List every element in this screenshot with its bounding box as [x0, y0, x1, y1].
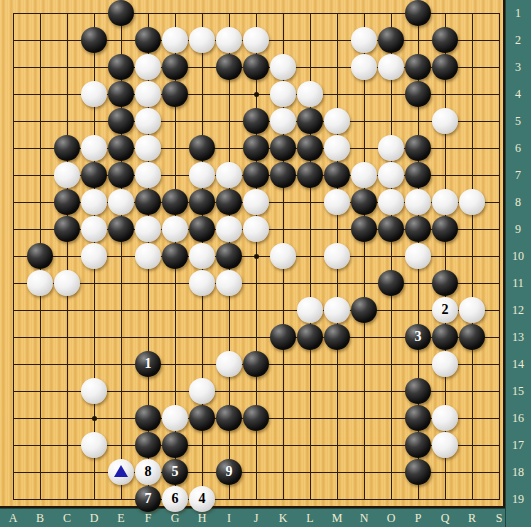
black-stone-q2[interactable]: [432, 27, 458, 53]
row-label-8: 8: [515, 196, 521, 208]
black-stone-p17[interactable]: [405, 432, 431, 458]
white-stone-f3[interactable]: [135, 54, 161, 80]
white-stone-h10[interactable]: [189, 243, 215, 269]
white-stone-r12[interactable]: [459, 297, 485, 323]
white-stone-m10[interactable]: [324, 243, 350, 269]
triangle-marker-icon: [114, 465, 128, 477]
black-stone-p18[interactable]: [405, 459, 431, 485]
white-stone-k10[interactable]: [270, 243, 296, 269]
black-stone-f2[interactable]: [135, 27, 161, 53]
white-stone-j2[interactable]: [243, 27, 269, 53]
black-stone-q9[interactable]: [432, 216, 458, 242]
white-stone-h2[interactable]: [189, 27, 215, 53]
row-label-15: 15: [512, 385, 524, 397]
black-stone-g17[interactable]: [162, 432, 188, 458]
star-point: [254, 92, 259, 97]
white-stone-n7[interactable]: [351, 162, 377, 188]
black-stone-f19[interactable]: 7: [135, 486, 161, 512]
row-label-1: 1: [515, 7, 521, 19]
white-stone-p10[interactable]: [405, 243, 431, 269]
white-stone-d4[interactable]: [81, 81, 107, 107]
black-stone-e7[interactable]: [108, 162, 134, 188]
black-stone-p6[interactable]: [405, 135, 431, 161]
black-stone-p16[interactable]: [405, 405, 431, 431]
white-stone-f4[interactable]: [135, 81, 161, 107]
black-stone-j14[interactable]: [243, 351, 269, 377]
row-label-13: 13: [512, 331, 524, 343]
black-stone-i8[interactable]: [216, 189, 242, 215]
column-label-n: N: [360, 512, 369, 524]
white-stone-d10[interactable]: [81, 243, 107, 269]
black-stone-p1[interactable]: [405, 0, 431, 26]
black-stone-p9[interactable]: [405, 216, 431, 242]
white-stone-o3[interactable]: [378, 54, 404, 80]
black-stone-l6[interactable]: [297, 135, 323, 161]
black-stone-h9[interactable]: [189, 216, 215, 242]
column-label-b: B: [36, 512, 44, 524]
white-stone-l12[interactable]: [297, 297, 323, 323]
white-stone-q16[interactable]: [432, 405, 458, 431]
move-number-label: 4: [199, 492, 206, 506]
column-label-h: H: [198, 512, 207, 524]
black-stone-i16[interactable]: [216, 405, 242, 431]
move-number-label: 7: [145, 492, 152, 506]
black-stone-f16[interactable]: [135, 405, 161, 431]
black-stone-b10[interactable]: [27, 243, 53, 269]
column-label-j: J: [254, 512, 259, 524]
column-coordinate-strip: [0, 508, 505, 527]
white-stone-c7[interactable]: [54, 162, 80, 188]
black-stone-g18[interactable]: 5: [162, 459, 188, 485]
black-stone-l7[interactable]: [297, 162, 323, 188]
column-label-o: O: [387, 512, 396, 524]
move-number-label: 5: [172, 465, 179, 479]
black-stone-f17[interactable]: [135, 432, 161, 458]
black-stone-c9[interactable]: [54, 216, 80, 242]
white-stone-f5[interactable]: [135, 108, 161, 134]
white-stone-q12[interactable]: 2: [432, 297, 458, 323]
white-stone-h11[interactable]: [189, 270, 215, 296]
black-stone-n12[interactable]: [351, 297, 377, 323]
white-stone-g2[interactable]: [162, 27, 188, 53]
black-stone-d2[interactable]: [81, 27, 107, 53]
white-stone-e18[interactable]: [108, 459, 134, 485]
white-stone-o8[interactable]: [378, 189, 404, 215]
go-board-screenshot: 231859764ABCDEFGHIJKLMNOPQRS123456789101…: [0, 0, 531, 527]
row-label-3: 3: [515, 61, 521, 73]
row-label-11: 11: [512, 277, 524, 289]
black-stone-o9[interactable]: [378, 216, 404, 242]
white-stone-b11[interactable]: [27, 270, 53, 296]
white-stone-d17[interactable]: [81, 432, 107, 458]
white-stone-q8[interactable]: [432, 189, 458, 215]
black-stone-q13[interactable]: [432, 324, 458, 350]
black-stone-e4[interactable]: [108, 81, 134, 107]
white-stone-o6[interactable]: [378, 135, 404, 161]
black-stone-e9[interactable]: [108, 216, 134, 242]
black-stone-p3[interactable]: [405, 54, 431, 80]
black-stone-p15[interactable]: [405, 378, 431, 404]
white-stone-g9[interactable]: [162, 216, 188, 242]
black-stone-i10[interactable]: [216, 243, 242, 269]
white-stone-r8[interactable]: [459, 189, 485, 215]
column-label-q: Q: [441, 512, 450, 524]
white-stone-q17[interactable]: [432, 432, 458, 458]
white-stone-e8[interactable]: [108, 189, 134, 215]
black-stone-h16[interactable]: [189, 405, 215, 431]
white-stone-i2[interactable]: [216, 27, 242, 53]
white-stone-h19[interactable]: 4: [189, 486, 215, 512]
grid-line-vertical: [391, 13, 392, 500]
black-stone-o2[interactable]: [378, 27, 404, 53]
move-number-label: 2: [442, 303, 449, 317]
white-stone-f9[interactable]: [135, 216, 161, 242]
column-label-c: C: [63, 512, 71, 524]
grid-line-vertical: [472, 13, 473, 500]
white-stone-k3[interactable]: [270, 54, 296, 80]
black-stone-o11[interactable]: [378, 270, 404, 296]
white-stone-m5[interactable]: [324, 108, 350, 134]
black-stone-q11[interactable]: [432, 270, 458, 296]
black-stone-g3[interactable]: [162, 54, 188, 80]
white-stone-n2[interactable]: [351, 27, 377, 53]
white-stone-o7[interactable]: [378, 162, 404, 188]
grid-line-vertical: [499, 13, 500, 500]
white-stone-j9[interactable]: [243, 216, 269, 242]
white-stone-j8[interactable]: [243, 189, 269, 215]
column-label-e: E: [117, 512, 124, 524]
white-stone-i7[interactable]: [216, 162, 242, 188]
black-stone-j7[interactable]: [243, 162, 269, 188]
black-stone-c6[interactable]: [54, 135, 80, 161]
row-label-5: 5: [515, 115, 521, 127]
row-label-19: 19: [512, 493, 524, 505]
column-label-d: D: [90, 512, 99, 524]
white-stone-g16[interactable]: [162, 405, 188, 431]
row-label-14: 14: [512, 358, 524, 370]
row-label-12: 12: [512, 304, 524, 316]
black-stone-l5[interactable]: [297, 108, 323, 134]
column-label-f: F: [145, 512, 152, 524]
black-stone-g4[interactable]: [162, 81, 188, 107]
black-stone-h6[interactable]: [189, 135, 215, 161]
black-stone-p7[interactable]: [405, 162, 431, 188]
black-stone-e3[interactable]: [108, 54, 134, 80]
move-number-label: 3: [415, 330, 422, 344]
black-stone-k7[interactable]: [270, 162, 296, 188]
black-stone-j16[interactable]: [243, 405, 269, 431]
row-label-17: 17: [512, 439, 524, 451]
black-stone-n9[interactable]: [351, 216, 377, 242]
white-stone-m8[interactable]: [324, 189, 350, 215]
black-stone-p4[interactable]: [405, 81, 431, 107]
row-label-10: 10: [512, 250, 524, 262]
star-point: [92, 416, 97, 421]
column-label-k: K: [279, 512, 288, 524]
black-stone-m13[interactable]: [324, 324, 350, 350]
white-stone-f7[interactable]: [135, 162, 161, 188]
white-stone-p8[interactable]: [405, 189, 431, 215]
white-stone-f6[interactable]: [135, 135, 161, 161]
black-stone-e6[interactable]: [108, 135, 134, 161]
white-stone-l4[interactable]: [297, 81, 323, 107]
black-stone-e5[interactable]: [108, 108, 134, 134]
row-label-2: 2: [515, 34, 521, 46]
black-stone-h8[interactable]: [189, 189, 215, 215]
move-number-label: 8: [145, 465, 152, 479]
black-stone-d7[interactable]: [81, 162, 107, 188]
white-stone-q5[interactable]: [432, 108, 458, 134]
grid-line-vertical: [364, 13, 365, 500]
black-stone-q3[interactable]: [432, 54, 458, 80]
black-stone-g8[interactable]: [162, 189, 188, 215]
star-point: [254, 254, 259, 259]
column-label-p: P: [415, 512, 422, 524]
move-number-label: 9: [226, 465, 233, 479]
row-label-16: 16: [512, 412, 524, 424]
black-stone-e1[interactable]: [108, 0, 134, 26]
white-stone-d8[interactable]: [81, 189, 107, 215]
black-stone-p13[interactable]: 3: [405, 324, 431, 350]
move-number-label: 6: [172, 492, 179, 506]
column-label-s: S: [496, 512, 503, 524]
white-stone-i14[interactable]: [216, 351, 242, 377]
black-stone-j5[interactable]: [243, 108, 269, 134]
black-stone-n8[interactable]: [351, 189, 377, 215]
black-stone-k6[interactable]: [270, 135, 296, 161]
black-stone-l13[interactable]: [297, 324, 323, 350]
black-stone-g10[interactable]: [162, 243, 188, 269]
white-stone-h15[interactable]: [189, 378, 215, 404]
white-stone-m12[interactable]: [324, 297, 350, 323]
row-label-18: 18: [512, 466, 524, 478]
black-stone-i3[interactable]: [216, 54, 242, 80]
white-stone-m6[interactable]: [324, 135, 350, 161]
white-stone-i11[interactable]: [216, 270, 242, 296]
move-number-label: 1: [145, 357, 152, 371]
grid-line-horizontal: [13, 499, 500, 500]
white-stone-d6[interactable]: [81, 135, 107, 161]
black-stone-j3[interactable]: [243, 54, 269, 80]
white-stone-f18[interactable]: 8: [135, 459, 161, 485]
white-stone-d9[interactable]: [81, 216, 107, 242]
white-stone-q14[interactable]: [432, 351, 458, 377]
white-stone-c11[interactable]: [54, 270, 80, 296]
column-label-r: R: [468, 512, 476, 524]
black-stone-i18[interactable]: 9: [216, 459, 242, 485]
row-label-7: 7: [515, 169, 521, 181]
white-stone-k4[interactable]: [270, 81, 296, 107]
black-stone-f8[interactable]: [135, 189, 161, 215]
black-stone-m7[interactable]: [324, 162, 350, 188]
grid-line-horizontal: [13, 310, 500, 311]
column-label-a: A: [9, 512, 18, 524]
column-label-m: M: [332, 512, 343, 524]
grid-line-horizontal: [13, 283, 500, 284]
black-stone-r13[interactable]: [459, 324, 485, 350]
row-label-6: 6: [515, 142, 521, 154]
white-stone-i9[interactable]: [216, 216, 242, 242]
black-stone-k13[interactable]: [270, 324, 296, 350]
white-stone-d15[interactable]: [81, 378, 107, 404]
column-label-i: I: [227, 512, 231, 524]
black-stone-j6[interactable]: [243, 135, 269, 161]
column-label-g: G: [171, 512, 180, 524]
white-stone-n3[interactable]: [351, 54, 377, 80]
black-stone-c8[interactable]: [54, 189, 80, 215]
row-label-9: 9: [515, 223, 521, 235]
white-stone-h7[interactable]: [189, 162, 215, 188]
white-stone-g19[interactable]: 6: [162, 486, 188, 512]
row-label-4: 4: [515, 88, 521, 100]
black-stone-f14[interactable]: 1: [135, 351, 161, 377]
column-label-l: L: [306, 512, 313, 524]
white-stone-f10[interactable]: [135, 243, 161, 269]
white-stone-k5[interactable]: [270, 108, 296, 134]
